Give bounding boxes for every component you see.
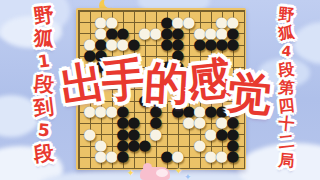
headline-char: 觉 [226,68,271,119]
board-cell [128,151,139,162]
board-cell [73,151,84,162]
right-banner-char: 二 [272,132,301,153]
board-cell [73,162,84,173]
board-cell: ● [227,39,238,50]
board-cell [139,5,150,16]
board-cell: ● [117,151,128,162]
board-cell [205,162,216,173]
sparkle-icon: ✦ [184,173,192,180]
board-cell [238,39,249,50]
board-cell [238,17,249,28]
board-cell [128,5,139,16]
headline-char: 的 [143,58,186,108]
board-cell [194,5,205,16]
board-cell [139,151,150,162]
board-cell [161,117,172,128]
board-cell [73,5,84,16]
headline-title: 出手的感觉 [60,56,270,104]
board-cell [216,162,227,173]
board-cell [172,129,183,140]
board-cell [95,162,106,173]
board-cell [238,151,249,162]
board-cell [238,140,249,151]
board-cell [183,151,194,162]
board-cell [227,162,238,173]
headline-char: 感 [184,54,230,106]
headline-char: 手 [101,55,145,106]
board-cell [238,5,249,16]
sparkle-icon: ✦ [175,167,183,176]
left-banner-char: 到 [29,94,60,120]
board-cell [95,117,106,128]
board-cell [238,28,249,39]
right-banner-char: 4 [272,41,300,61]
board-cell [238,162,249,173]
sparkle-icon: ✦ [127,169,135,178]
headline-char: 出 [57,57,105,111]
thumbnail-stage: ●●●●●●●●●●●●●●●●●●●●●●●●●●●●●●●●●●●●●●●●… [0,0,320,180]
left-banner-char: 段 [29,72,59,97]
board-cell: ● [128,39,139,50]
board-cell [238,129,249,140]
board-cell: ● [172,151,183,162]
board-cell [73,140,84,151]
board-cell [73,17,84,28]
left-banner-char: 5 [29,118,59,143]
board-cell [194,162,205,173]
board-cell: ● [139,140,150,151]
pink-cloud-mascot [140,167,170,180]
right-banner-char: 局 [272,150,300,170]
left-banner-char: 1 [29,48,60,74]
right-banner: 野狐4段第四十二局 [273,6,300,170]
board-cell: ● [227,151,238,162]
board-cell [84,162,95,173]
left-banner-char: 狐 [29,26,59,51]
board-cell [161,129,172,140]
left-banner-char: 段 [29,140,60,166]
left-banner: 野狐1段到5段 [30,4,58,165]
board-cell [106,162,117,173]
board-cell: ● [150,129,161,140]
left-banner-char: 野 [29,2,60,28]
board-cell [139,39,150,50]
board-cell [117,5,128,16]
